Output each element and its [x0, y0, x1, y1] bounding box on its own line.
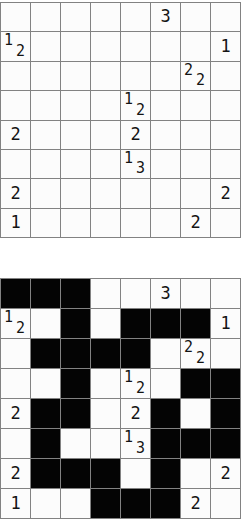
- clue-number: 2: [10, 405, 20, 422]
- solution-cell-r4c7: [211, 399, 241, 429]
- solution-cell-r3c3: [91, 369, 121, 399]
- puzzle-cell-r2c0[interactable]: [1, 62, 31, 91]
- solution-cell-r7c3: [91, 489, 121, 519]
- puzzle-cell-r7c3[interactable]: [91, 209, 121, 238]
- solution-cell-r0c3: [91, 279, 121, 309]
- clue-number: 3: [136, 161, 145, 176]
- puzzle-cell-r3c7[interactable]: [211, 91, 241, 120]
- puzzle-cell-r3c0[interactable]: [1, 91, 31, 120]
- solution-cell-r6c1: [31, 459, 61, 489]
- clue-number: 1: [10, 214, 20, 231]
- puzzle-cell-r7c5[interactable]: [151, 209, 181, 238]
- solution-cell-r7c2: [61, 489, 91, 519]
- clue-number: 2: [196, 73, 205, 88]
- solution-cell-r6c0: 2: [1, 459, 31, 489]
- clue-number: 1: [10, 495, 20, 512]
- clue-number: 1: [124, 430, 133, 445]
- clue-number: 2: [16, 321, 25, 336]
- puzzle-cell-r6c1[interactable]: [31, 179, 61, 208]
- puzzle-cell-r6c5[interactable]: [151, 179, 181, 208]
- solution-cell-r1c6: [181, 309, 211, 339]
- puzzle-cell-r5c2[interactable]: [61, 150, 91, 179]
- solution-cell-r7c1: [31, 489, 61, 519]
- solution-cell-r7c6: 2: [181, 489, 211, 519]
- solution-cell-r1c4: [121, 309, 151, 339]
- puzzle-cell-r4c0[interactable]: 2: [1, 121, 31, 150]
- solution-cell-r4c2: [61, 399, 91, 429]
- solution-cell-r5c7: [211, 429, 241, 459]
- clue-number: 1: [124, 92, 133, 107]
- solution-cell-r6c3: [91, 459, 121, 489]
- clue-number: 3: [136, 441, 145, 456]
- solution-cell-r6c2: [61, 459, 91, 489]
- tapa-solution-grid: 3121221222132212: [0, 278, 241, 519]
- puzzle-cell-r1c1[interactable]: [31, 32, 61, 61]
- puzzle-cell-r4c6[interactable]: [181, 121, 211, 150]
- solution-cell-r2c0: [1, 339, 31, 369]
- puzzle-cell-r1c5[interactable]: [151, 32, 181, 61]
- solution-cell-r6c7: 2: [211, 459, 241, 489]
- puzzle-cell-r3c2[interactable]: [61, 91, 91, 120]
- puzzle-cell-r6c4[interactable]: [121, 179, 151, 208]
- solution-cell-r6c5: [151, 459, 181, 489]
- solution-cell-r5c1: [31, 429, 61, 459]
- solution-cell-r4c1: [31, 399, 61, 429]
- solution-cell-r2c3: [91, 339, 121, 369]
- puzzle-cell-r5c5[interactable]: [151, 150, 181, 179]
- puzzle-cell-r3c5[interactable]: [151, 91, 181, 120]
- puzzle-cell-r5c4[interactable]: 13: [121, 150, 151, 179]
- solution-cell-r0c6: [181, 279, 211, 309]
- solution-cell-r2c7: [211, 339, 241, 369]
- clue-number: 2: [196, 351, 205, 366]
- solution-cell-r7c4: [121, 489, 151, 519]
- solution-cell-r2c1: [31, 339, 61, 369]
- solution-cell-r5c0: [1, 429, 31, 459]
- clue-number: 2: [190, 214, 200, 231]
- solution-cell-r2c5: [151, 339, 181, 369]
- solution-cell-r7c5: [151, 489, 181, 519]
- solution-cell-r1c2: [61, 309, 91, 339]
- solution-cell-r2c4: [121, 339, 151, 369]
- clue-number: 1: [4, 33, 13, 48]
- clue-number: 1: [220, 38, 230, 55]
- puzzle-cell-r1c7[interactable]: 1: [211, 32, 241, 61]
- clue-number: 3: [160, 285, 170, 302]
- puzzle-cell-r4c4[interactable]: 2: [121, 121, 151, 150]
- solution-cell-r7c0: 1: [1, 489, 31, 519]
- solution-cell-r7c7: [211, 489, 241, 519]
- puzzle-cell-r2c7[interactable]: [211, 62, 241, 91]
- clue-number: 2: [220, 185, 230, 202]
- puzzle-cell-r4c3[interactable]: [91, 121, 121, 150]
- puzzle-cell-r1c3[interactable]: [91, 32, 121, 61]
- solution-cell-r5c5: [151, 429, 181, 459]
- puzzle-cell-r5c7[interactable]: [211, 150, 241, 179]
- puzzle-cell-r3c6[interactable]: [181, 91, 211, 120]
- puzzle-cell-r7c1[interactable]: [31, 209, 61, 238]
- puzzle-cell-r1c0[interactable]: 12: [1, 32, 31, 61]
- clue-number: 1: [124, 370, 133, 385]
- puzzle-cell-r7c7[interactable]: [211, 209, 241, 238]
- puzzle-cell-r3c3[interactable]: [91, 91, 121, 120]
- puzzle-cell-r5c6[interactable]: [181, 150, 211, 179]
- puzzle-cell-r4c2[interactable]: [61, 121, 91, 150]
- puzzle-cell-r0c6[interactable]: [181, 3, 211, 32]
- puzzle-cell-r6c3[interactable]: [91, 179, 121, 208]
- puzzle-cell-r4c1[interactable]: [31, 121, 61, 150]
- solution-cell-r6c4: [121, 459, 151, 489]
- solution-cell-r1c0: 12: [1, 309, 31, 339]
- solution-cell-r0c5: 3: [151, 279, 181, 309]
- puzzle-cell-r6c6[interactable]: [181, 179, 211, 208]
- clue-number: 2: [130, 126, 140, 143]
- solution-cell-r3c2: [61, 369, 91, 399]
- clue-number: 2: [184, 63, 193, 78]
- solution-cell-r2c2: [61, 339, 91, 369]
- puzzle-cell-r2c2[interactable]: [61, 62, 91, 91]
- puzzle-cell-r7c0[interactable]: 1: [1, 209, 31, 238]
- puzzle-cell-r2c3[interactable]: [91, 62, 121, 91]
- solution-cell-r1c3: [91, 309, 121, 339]
- solution-cell-r6c6: [181, 459, 211, 489]
- solution-cell-r1c1: [31, 309, 61, 339]
- puzzle-cell-r2c6[interactable]: 22: [181, 62, 211, 91]
- puzzle-cell-r0c2[interactable]: [61, 3, 91, 32]
- solution-cell-r0c7: [211, 279, 241, 309]
- solution-cell-r0c0: [1, 279, 31, 309]
- puzzle-cell-r5c0[interactable]: [1, 150, 31, 179]
- puzzle-cell-r5c3[interactable]: [91, 150, 121, 179]
- puzzle-cell-r0c7[interactable]: [211, 3, 241, 32]
- solution-cell-r3c6: [181, 369, 211, 399]
- solution-cell-r4c0: 2: [1, 399, 31, 429]
- puzzle-cell-r7c6[interactable]: 2: [181, 209, 211, 238]
- solution-cell-r5c3: [91, 429, 121, 459]
- clue-number: 2: [10, 185, 20, 202]
- solution-cell-r2c6: 22: [181, 339, 211, 369]
- tapa-puzzle-grid: 3121221222132212: [0, 2, 241, 238]
- clue-number: 2: [220, 465, 230, 482]
- puzzle-cell-r0c5[interactable]: 3: [151, 3, 181, 32]
- puzzle-cell-r2c4[interactable]: [121, 62, 151, 91]
- puzzle-cell-r7c2[interactable]: [61, 209, 91, 238]
- puzzle-cell-r5c1[interactable]: [31, 150, 61, 179]
- clue-number: 2: [10, 126, 20, 143]
- clue-number: 1: [124, 151, 133, 166]
- puzzle-cell-r0c3[interactable]: [91, 3, 121, 32]
- clue-number: 2: [16, 44, 25, 59]
- clue-number: 2: [136, 103, 145, 118]
- puzzle-cell-r6c7[interactable]: 2: [211, 179, 241, 208]
- clue-number: 2: [130, 405, 140, 422]
- clue-number: 2: [136, 381, 145, 396]
- solution-cell-r1c5: [151, 309, 181, 339]
- clue-number: 2: [190, 495, 200, 512]
- puzzle-cell-r1c6[interactable]: [181, 32, 211, 61]
- solution-cell-r0c2: [61, 279, 91, 309]
- puzzle-cell-r0c1[interactable]: [31, 3, 61, 32]
- puzzle-cell-r4c7[interactable]: [211, 121, 241, 150]
- puzzle-cell-r6c2[interactable]: [61, 179, 91, 208]
- puzzle-cell-r2c1[interactable]: [31, 62, 61, 91]
- solution-cell-r3c7: [211, 369, 241, 399]
- solution-cell-r1c7: 1: [211, 309, 241, 339]
- clue-number: 1: [220, 315, 230, 332]
- solution-cell-r5c2: [61, 429, 91, 459]
- solution-cell-r0c1: [31, 279, 61, 309]
- solution-cell-r3c0: [1, 369, 31, 399]
- puzzle-cell-r0c0[interactable]: [1, 3, 31, 32]
- solution-cell-r3c4: 12: [121, 369, 151, 399]
- puzzle-cell-r4c5[interactable]: [151, 121, 181, 150]
- solution-cell-r4c4: 2: [121, 399, 151, 429]
- solution-cell-r4c3: [91, 399, 121, 429]
- solution-cell-r0c4: [121, 279, 151, 309]
- solution-cell-r5c4: 13: [121, 429, 151, 459]
- solution-cell-r4c6: [181, 399, 211, 429]
- puzzle-cell-r0c4[interactable]: [121, 3, 151, 32]
- puzzle-cell-r1c4[interactable]: [121, 32, 151, 61]
- clue-number: 2: [184, 340, 193, 355]
- puzzle-cell-r2c5[interactable]: [151, 62, 181, 91]
- solution-cell-r5c6: [181, 429, 211, 459]
- puzzle-cell-r3c4[interactable]: 12: [121, 91, 151, 120]
- clue-number: 3: [160, 8, 170, 25]
- puzzle-cell-r7c4[interactable]: [121, 209, 151, 238]
- solution-cell-r3c1: [31, 369, 61, 399]
- puzzle-cell-r1c2[interactable]: [61, 32, 91, 61]
- clue-number: 1: [4, 310, 13, 325]
- puzzle-cell-r3c1[interactable]: [31, 91, 61, 120]
- solution-cell-r3c5: [151, 369, 181, 399]
- clue-number: 2: [10, 465, 20, 482]
- solution-cell-r4c5: [151, 399, 181, 429]
- puzzle-cell-r6c0[interactable]: 2: [1, 179, 31, 208]
